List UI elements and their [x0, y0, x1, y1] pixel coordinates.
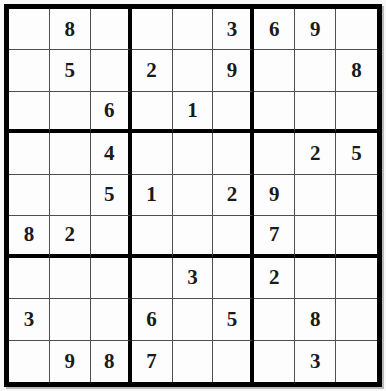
- cell-r8c4: 6: [132, 299, 173, 340]
- cell-r9c4: 7: [132, 341, 173, 382]
- cell-r5c9[interactable]: [336, 175, 377, 216]
- cell-r7c1[interactable]: [9, 258, 50, 299]
- cell-r9c3: 8: [91, 341, 132, 382]
- cell-r3c7[interactable]: [254, 92, 295, 133]
- cell-r9c1[interactable]: [9, 341, 50, 382]
- cell-r7c3[interactable]: [91, 258, 132, 299]
- cell-r3c8[interactable]: [295, 92, 336, 133]
- cell-r3c1[interactable]: [9, 92, 50, 133]
- cell-r4c4[interactable]: [132, 133, 173, 174]
- cell-r9c8: 3: [295, 341, 336, 382]
- cell-r6c9[interactable]: [336, 216, 377, 257]
- cell-r2c6: 9: [213, 50, 254, 91]
- cell-r8c6: 5: [213, 299, 254, 340]
- cell-r7c2[interactable]: [50, 258, 91, 299]
- cell-r6c1: 8: [9, 216, 50, 257]
- cell-r7c6[interactable]: [213, 258, 254, 299]
- cell-r8c3[interactable]: [91, 299, 132, 340]
- cell-r6c2: 2: [50, 216, 91, 257]
- cell-r3c9[interactable]: [336, 92, 377, 133]
- cell-r3c5: 1: [173, 92, 214, 133]
- cell-r4c1[interactable]: [9, 133, 50, 174]
- cell-r2c7[interactable]: [254, 50, 295, 91]
- cell-r9c6[interactable]: [213, 341, 254, 382]
- cell-r4c6[interactable]: [213, 133, 254, 174]
- cell-r1c3[interactable]: [91, 9, 132, 50]
- cell-r6c6[interactable]: [213, 216, 254, 257]
- cell-r4c2[interactable]: [50, 133, 91, 174]
- cell-r2c8[interactable]: [295, 50, 336, 91]
- cell-r2c4: 2: [132, 50, 173, 91]
- cell-r5c7: 9: [254, 175, 295, 216]
- cell-r8c2[interactable]: [50, 299, 91, 340]
- cell-r5c1[interactable]: [9, 175, 50, 216]
- cell-r6c4[interactable]: [132, 216, 173, 257]
- cell-r5c4: 1: [132, 175, 173, 216]
- cell-r1c6: 3: [213, 9, 254, 50]
- cell-r5c5[interactable]: [173, 175, 214, 216]
- cell-r8c1: 3: [9, 299, 50, 340]
- cell-r5c8[interactable]: [295, 175, 336, 216]
- cell-r4c8: 2: [295, 133, 336, 174]
- cell-r5c2[interactable]: [50, 175, 91, 216]
- cell-r1c1[interactable]: [9, 9, 50, 50]
- cell-r2c2: 5: [50, 50, 91, 91]
- cell-r8c5[interactable]: [173, 299, 214, 340]
- cell-r2c9: 8: [336, 50, 377, 91]
- cell-r1c2: 8: [50, 9, 91, 50]
- cell-r1c5[interactable]: [173, 9, 214, 50]
- cell-r1c4[interactable]: [132, 9, 173, 50]
- cell-r1c9[interactable]: [336, 9, 377, 50]
- cell-r2c3[interactable]: [91, 50, 132, 91]
- cell-r9c7[interactable]: [254, 341, 295, 382]
- cell-r4c9: 5: [336, 133, 377, 174]
- cell-r6c3[interactable]: [91, 216, 132, 257]
- cell-r5c3: 5: [91, 175, 132, 216]
- cell-r7c8[interactable]: [295, 258, 336, 299]
- cell-r9c2: 9: [50, 341, 91, 382]
- cell-r4c7[interactable]: [254, 133, 295, 174]
- cell-r6c8[interactable]: [295, 216, 336, 257]
- cell-r4c5[interactable]: [173, 133, 214, 174]
- sudoku-board: 836952986142551298273236589873: [4, 4, 382, 387]
- cell-r1c7: 6: [254, 9, 295, 50]
- cell-r7c9[interactable]: [336, 258, 377, 299]
- cell-r7c5: 3: [173, 258, 214, 299]
- cell-r5c6: 2: [213, 175, 254, 216]
- cell-r6c7: 7: [254, 216, 295, 257]
- cell-r9c5[interactable]: [173, 341, 214, 382]
- cell-r8c9[interactable]: [336, 299, 377, 340]
- cell-r3c3: 6: [91, 92, 132, 133]
- cell-r7c7: 2: [254, 258, 295, 299]
- cell-r3c4[interactable]: [132, 92, 173, 133]
- cell-r3c2[interactable]: [50, 92, 91, 133]
- cell-r4c3: 4: [91, 133, 132, 174]
- cell-r7c4[interactable]: [132, 258, 173, 299]
- cell-r2c5[interactable]: [173, 50, 214, 91]
- cell-r3c6[interactable]: [213, 92, 254, 133]
- cell-r6c5[interactable]: [173, 216, 214, 257]
- cell-r2c1[interactable]: [9, 50, 50, 91]
- cell-r8c7[interactable]: [254, 299, 295, 340]
- cell-r1c8: 9: [295, 9, 336, 50]
- cell-r8c8: 8: [295, 299, 336, 340]
- cell-r9c9[interactable]: [336, 341, 377, 382]
